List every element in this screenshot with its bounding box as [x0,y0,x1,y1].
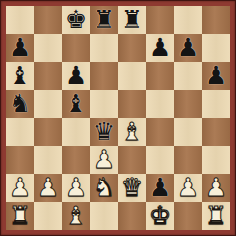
piece-white-pawn[interactable]: ♟ [93,146,115,174]
piece-black-king[interactable]: ♚ [65,6,87,34]
piece-black-pawn[interactable]: ♟ [65,62,87,90]
square-c4[interactable] [62,118,90,146]
square-c8[interactable]: ♚ [62,6,90,34]
square-g7[interactable]: ♟ [174,34,202,62]
piece-white-pawn[interactable]: ♟ [37,174,59,202]
piece-black-queen[interactable]: ♛ [93,118,115,146]
piece-white-queen[interactable]: ♛ [121,174,143,202]
piece-white-pawn[interactable]: ♟ [205,174,227,202]
square-h8[interactable] [202,6,230,34]
square-d1[interactable] [90,202,118,230]
square-f2[interactable]: ♟ [146,174,174,202]
square-f3[interactable] [146,146,174,174]
piece-white-pawn[interactable]: ♟ [65,174,87,202]
piece-black-rook[interactable]: ♜ [93,6,115,34]
square-e1[interactable] [118,202,146,230]
piece-white-rook[interactable]: ♜ [205,202,227,230]
square-b6[interactable] [34,62,62,90]
square-e7[interactable] [118,34,146,62]
square-e2[interactable]: ♛ [118,174,146,202]
piece-black-knight[interactable]: ♞ [9,90,31,118]
square-d4[interactable]: ♛ [90,118,118,146]
piece-white-knight[interactable]: ♞ [93,174,115,202]
square-c3[interactable] [62,146,90,174]
square-b7[interactable] [34,34,62,62]
square-e5[interactable] [118,90,146,118]
square-g8[interactable] [174,6,202,34]
square-c7[interactable] [62,34,90,62]
square-g1[interactable] [174,202,202,230]
square-h7[interactable] [202,34,230,62]
square-b2[interactable]: ♟ [34,174,62,202]
piece-black-pawn[interactable]: ♟ [149,174,171,202]
piece-white-pawn[interactable]: ♟ [9,174,31,202]
square-a5[interactable]: ♞ [6,90,34,118]
square-d7[interactable] [90,34,118,62]
square-c6[interactable]: ♟ [62,62,90,90]
piece-white-king[interactable]: ♚ [149,202,171,230]
piece-black-bishop[interactable]: ♝ [9,62,31,90]
square-g4[interactable] [174,118,202,146]
square-b8[interactable] [34,6,62,34]
square-g6[interactable] [174,62,202,90]
piece-black-pawn[interactable]: ♟ [177,34,199,62]
piece-white-bishop[interactable]: ♝ [121,118,143,146]
square-e3[interactable] [118,146,146,174]
square-f4[interactable] [146,118,174,146]
square-d5[interactable] [90,90,118,118]
square-h1[interactable]: ♜ [202,202,230,230]
square-g5[interactable] [174,90,202,118]
board-frame: ♚♜♜♟♟♟♝♟♟♞♝♛♝♟♟♟♟♞♛♟♟♟♜♝♚♜ [0,0,236,236]
square-a1[interactable]: ♜ [6,202,34,230]
piece-black-rook[interactable]: ♜ [121,6,143,34]
square-a3[interactable] [6,146,34,174]
square-b1[interactable] [34,202,62,230]
square-a4[interactable] [6,118,34,146]
square-e6[interactable] [118,62,146,90]
square-e4[interactable]: ♝ [118,118,146,146]
square-h5[interactable] [202,90,230,118]
piece-white-bishop[interactable]: ♝ [65,202,87,230]
square-a6[interactable]: ♝ [6,62,34,90]
square-c5[interactable]: ♝ [62,90,90,118]
square-f6[interactable] [146,62,174,90]
square-d3[interactable]: ♟ [90,146,118,174]
square-a7[interactable]: ♟ [6,34,34,62]
piece-black-pawn[interactable]: ♟ [9,34,31,62]
piece-white-pawn[interactable]: ♟ [177,174,199,202]
piece-black-pawn[interactable]: ♟ [149,34,171,62]
square-c1[interactable]: ♝ [62,202,90,230]
square-b5[interactable] [34,90,62,118]
square-d6[interactable] [90,62,118,90]
square-f1[interactable]: ♚ [146,202,174,230]
piece-black-pawn[interactable]: ♟ [205,62,227,90]
square-c2[interactable]: ♟ [62,174,90,202]
square-f7[interactable]: ♟ [146,34,174,62]
square-a2[interactable]: ♟ [6,174,34,202]
square-d2[interactable]: ♞ [90,174,118,202]
square-e8[interactable]: ♜ [118,6,146,34]
square-g3[interactable] [174,146,202,174]
piece-black-bishop[interactable]: ♝ [65,90,87,118]
square-h2[interactable]: ♟ [202,174,230,202]
chess-board: ♚♜♜♟♟♟♝♟♟♞♝♛♝♟♟♟♟♞♛♟♟♟♜♝♚♜ [6,6,230,230]
square-h6[interactable]: ♟ [202,62,230,90]
square-f8[interactable] [146,6,174,34]
piece-white-rook[interactable]: ♜ [9,202,31,230]
square-f5[interactable] [146,90,174,118]
square-h3[interactable] [202,146,230,174]
square-b3[interactable] [34,146,62,174]
square-b4[interactable] [34,118,62,146]
square-d8[interactable]: ♜ [90,6,118,34]
square-g2[interactable]: ♟ [174,174,202,202]
square-h4[interactable] [202,118,230,146]
square-a8[interactable] [6,6,34,34]
